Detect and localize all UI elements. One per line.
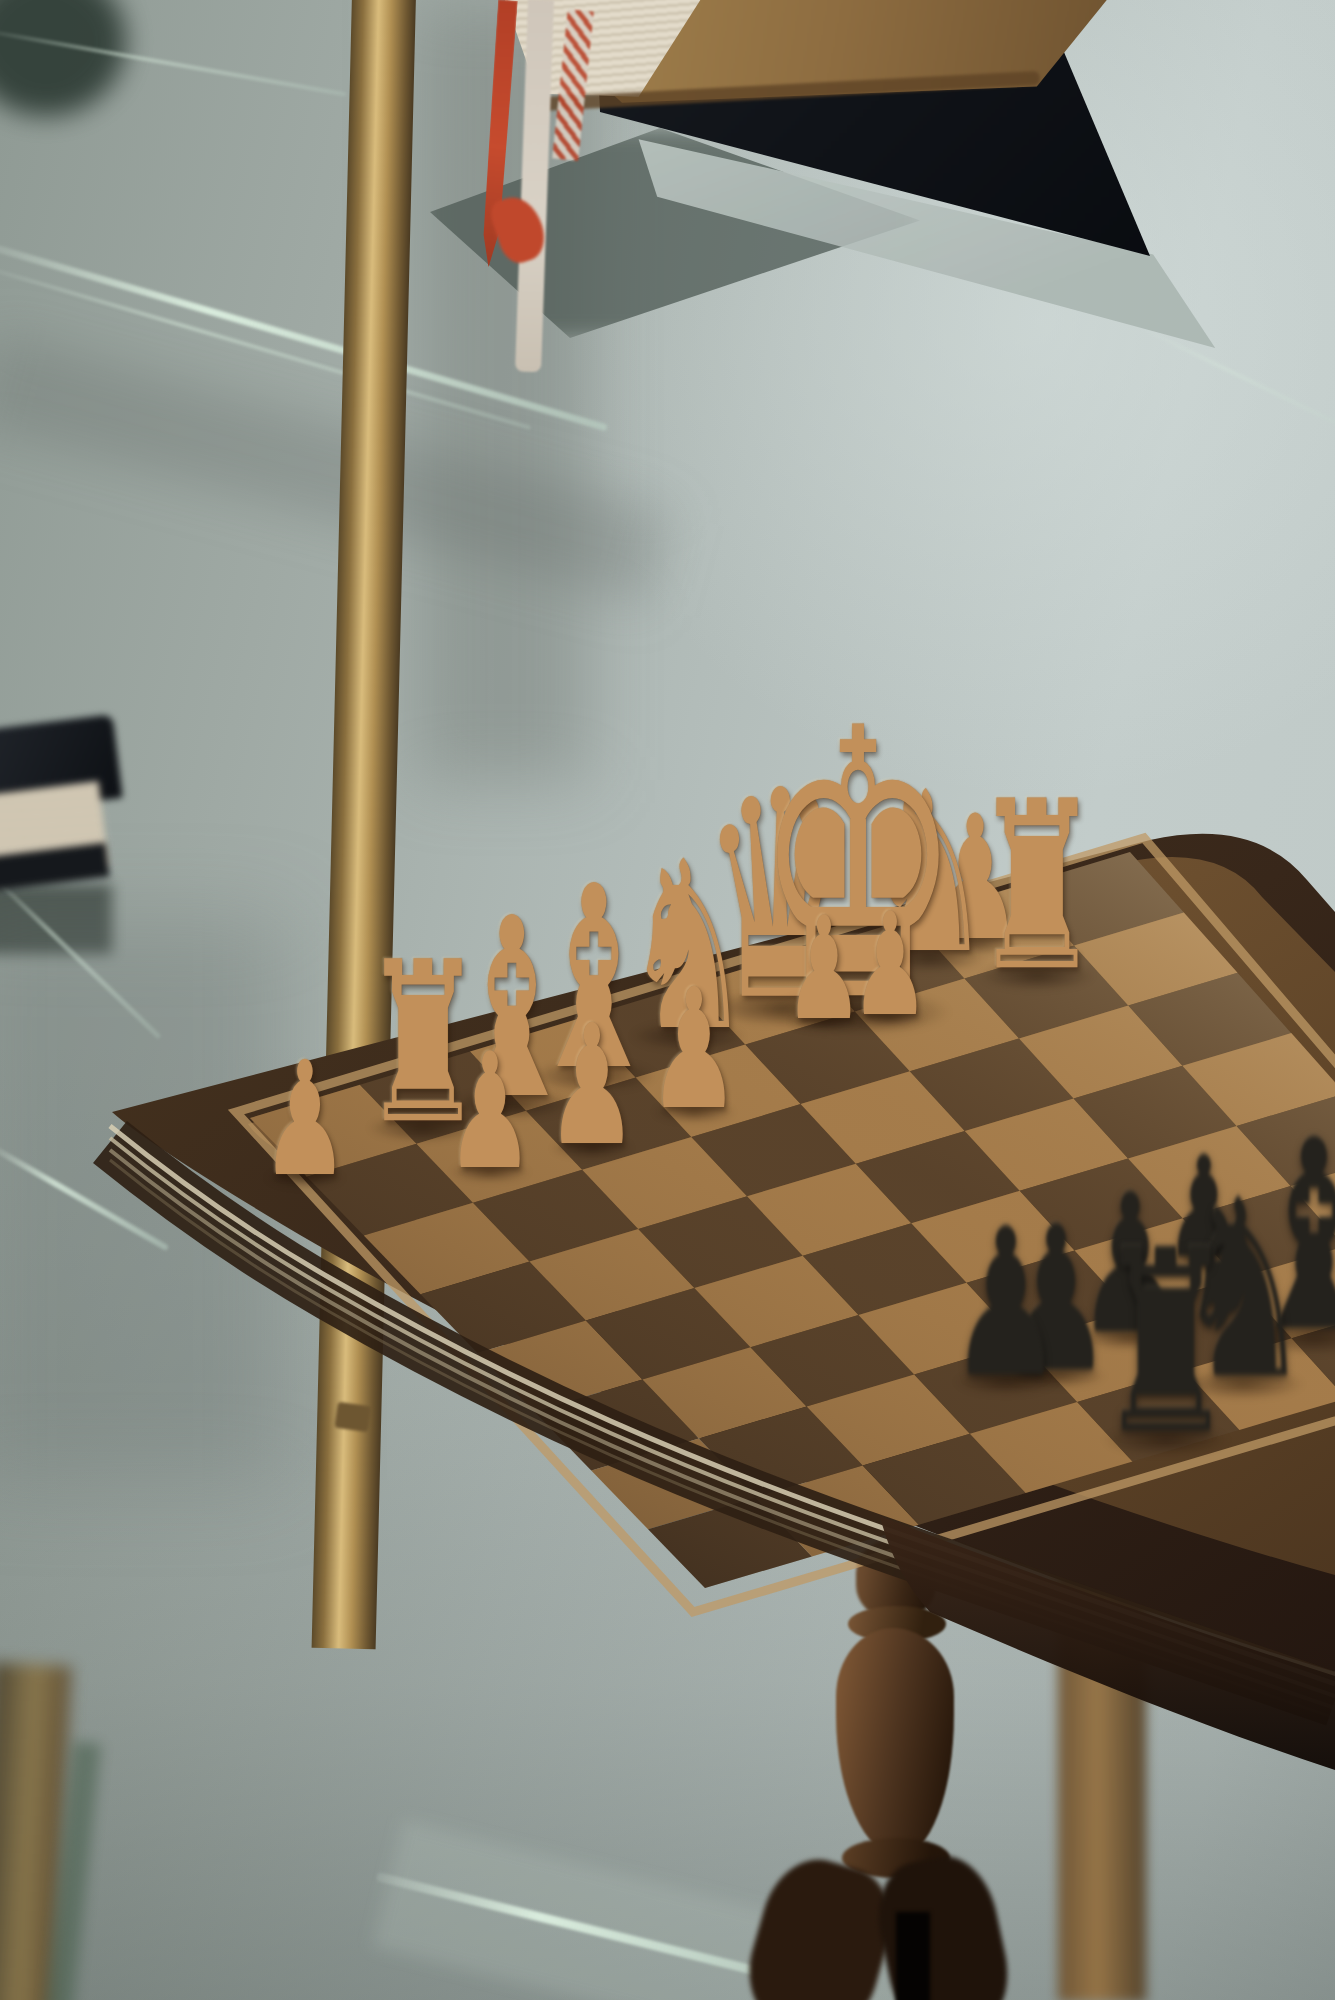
black-pawn-d7[interactable]: ♟ xyxy=(949,1202,1062,1406)
white-pawn-a2[interactable]: ♟ xyxy=(261,1040,349,1198)
white-pawn-b2[interactable]: ♟ xyxy=(446,1032,535,1192)
white-pawn-c2[interactable]: ♟ xyxy=(546,1003,638,1169)
black-rook-e8[interactable]: ♜ xyxy=(1096,1217,1236,1469)
scene-root: { "game": "chess", "scene_description": … xyxy=(0,0,1335,2000)
white-pawn-d2[interactable]: ♟ xyxy=(648,967,740,1133)
white-pawn-e2[interactable]: ♟ xyxy=(785,898,864,1040)
pieces-layer: ♟♞♜♛♚♟♟♞♝♝♟♜♟♟♟♟♟♝♟♟♞♜ xyxy=(0,0,1335,2000)
white-rook-h1[interactable]: ♜ xyxy=(973,771,1102,1003)
